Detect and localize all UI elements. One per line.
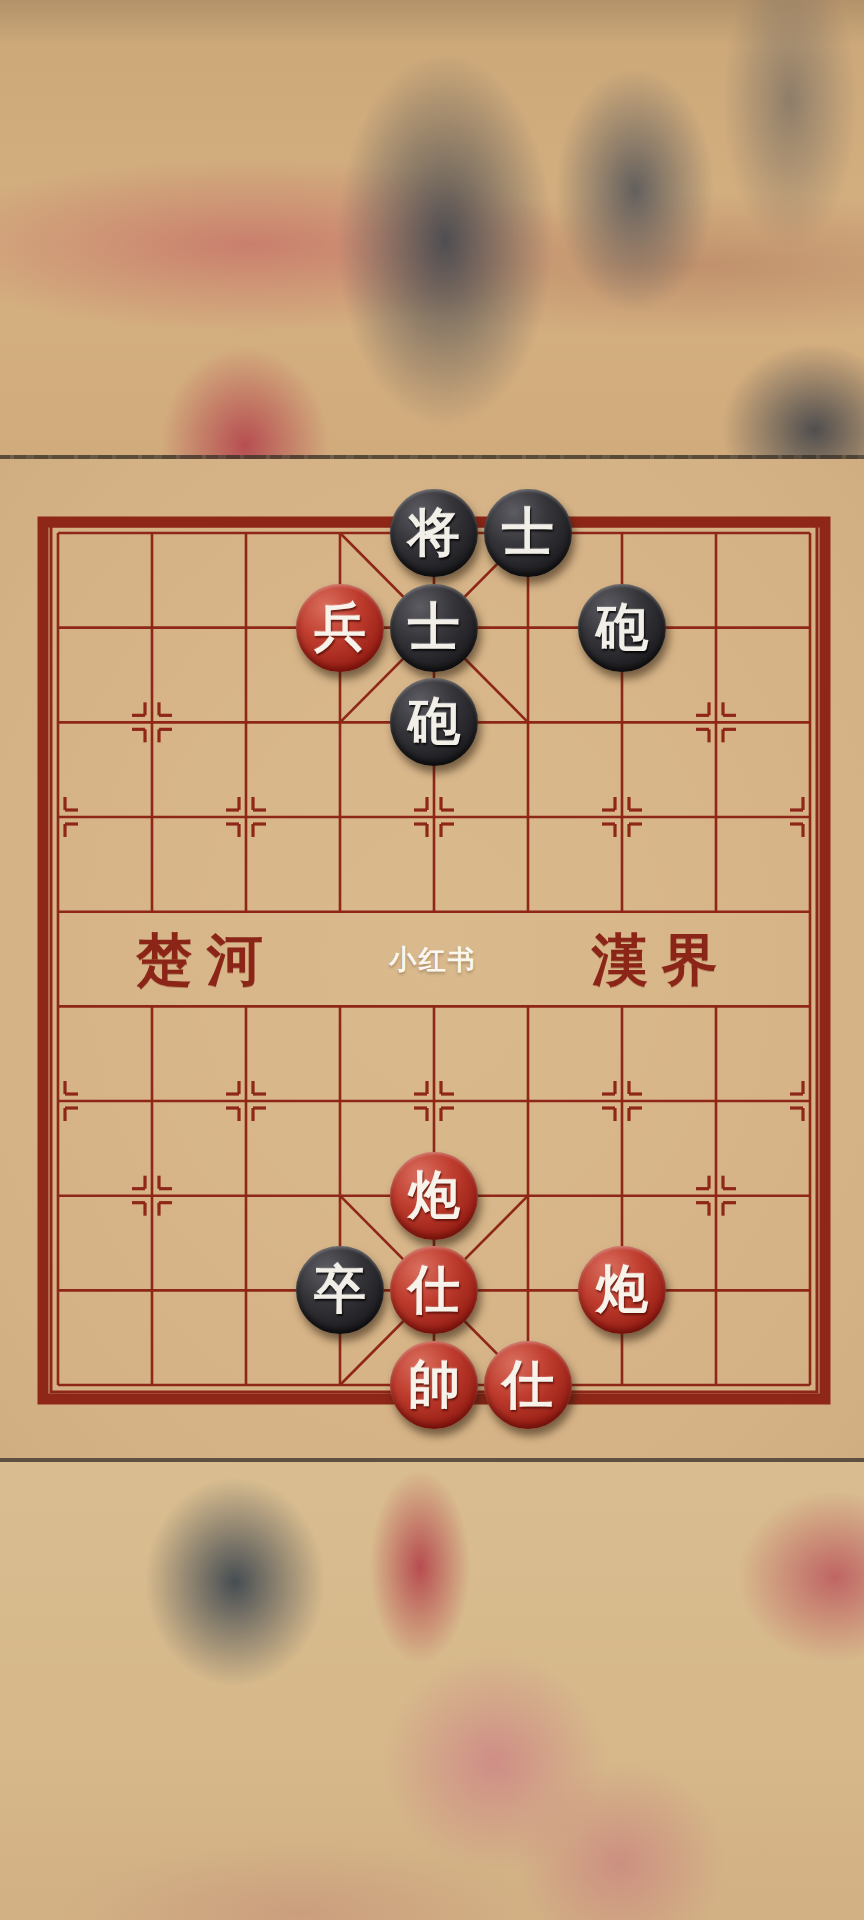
xiaohongshu-watermark: 小红书	[390, 942, 477, 978]
app-screen: 楚河 漢界 小红书 将士兵士砲砲炮卒仕炮帥仕	[0, 0, 864, 1920]
blurred-backdrop-bottom	[0, 1462, 864, 1920]
river-label-chu-he: 楚河	[130, 923, 277, 999]
blurred-backdrop-top	[0, 0, 864, 459]
river-label-han-jie: 漢界	[585, 923, 732, 999]
